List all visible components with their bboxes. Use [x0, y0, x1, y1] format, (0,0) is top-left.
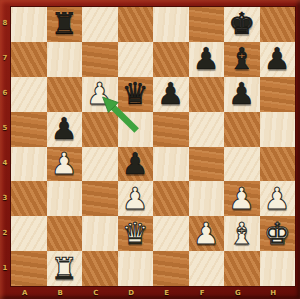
rank-label-1: 1 [0, 264, 10, 272]
square-g8[interactable]: ♚ [224, 7, 260, 42]
piece-white-pawn-d3[interactable]: ♟ [118, 181, 154, 216]
square-g5[interactable] [224, 112, 260, 147]
square-e5[interactable] [153, 112, 189, 147]
square-g4[interactable] [224, 147, 260, 182]
square-f5[interactable] [189, 112, 225, 147]
square-d4[interactable]: ♟ [118, 147, 154, 182]
piece-black-bishop-g7[interactable]: ♝ [224, 42, 260, 77]
square-e7[interactable] [153, 42, 189, 77]
square-b3[interactable] [47, 181, 83, 216]
square-e3[interactable] [153, 181, 189, 216]
square-e8[interactable] [153, 7, 189, 42]
piece-white-pawn-c6[interactable]: ♟ [82, 77, 118, 112]
square-f3[interactable] [189, 181, 225, 216]
piece-white-rook-b1[interactable]: ♜ [47, 251, 83, 286]
piece-black-pawn-d4[interactable]: ♟ [118, 147, 154, 182]
square-b1[interactable]: ♜ [47, 251, 83, 286]
square-a4[interactable] [11, 147, 47, 182]
square-a7[interactable] [11, 42, 47, 77]
square-h2[interactable]: ♚ [260, 216, 296, 251]
square-c6[interactable]: ♟ [82, 77, 118, 112]
file-label-b: B [55, 289, 65, 297]
rank-label-5: 5 [0, 124, 10, 132]
square-b2[interactable] [47, 216, 83, 251]
piece-black-rook-b8[interactable]: ♜ [47, 7, 83, 42]
square-g2[interactable]: ♝ [224, 216, 260, 251]
square-f4[interactable] [189, 147, 225, 182]
square-b6[interactable] [47, 77, 83, 112]
square-b8[interactable]: ♜ [47, 7, 83, 42]
rank-label-6: 6 [0, 89, 10, 97]
file-label-e: E [162, 289, 172, 297]
square-g3[interactable]: ♟ [224, 181, 260, 216]
piece-black-king-g8[interactable]: ♚ [224, 7, 260, 42]
square-c1[interactable] [82, 251, 118, 286]
square-a5[interactable] [11, 112, 47, 147]
square-d2[interactable]: ♛ [118, 216, 154, 251]
square-d8[interactable] [118, 7, 154, 42]
square-f6[interactable] [189, 77, 225, 112]
rank-label-7: 7 [0, 54, 10, 62]
square-e6[interactable]: ♟ [153, 77, 189, 112]
square-d1[interactable] [118, 251, 154, 286]
file-label-f: F [197, 289, 207, 297]
square-f2[interactable]: ♟ [189, 216, 225, 251]
chessboard-window: ♜♚♟♝♟♟♛♟♟♟♟♟♟♟♟♛♟♝♚♜ 87654321ABCDEFGH [0, 0, 300, 299]
square-h7[interactable]: ♟ [260, 42, 296, 77]
square-h5[interactable] [260, 112, 296, 147]
file-label-a: A [20, 289, 30, 297]
square-g6[interactable]: ♟ [224, 77, 260, 112]
square-f1[interactable] [189, 251, 225, 286]
square-f8[interactable] [189, 7, 225, 42]
square-a1[interactable] [11, 251, 47, 286]
file-label-g: G [233, 289, 243, 297]
file-label-c: C [91, 289, 101, 297]
piece-white-pawn-b4[interactable]: ♟ [47, 147, 83, 182]
square-d7[interactable] [118, 42, 154, 77]
chess-board: ♜♚♟♝♟♟♛♟♟♟♟♟♟♟♟♛♟♝♚♜ [11, 7, 295, 286]
file-label-d: D [126, 289, 136, 297]
piece-black-pawn-b5[interactable]: ♟ [47, 112, 83, 147]
square-c5[interactable] [82, 112, 118, 147]
file-label-h: H [268, 289, 278, 297]
square-a8[interactable] [11, 7, 47, 42]
square-h1[interactable] [260, 251, 296, 286]
square-f7[interactable]: ♟ [189, 42, 225, 77]
piece-white-queen-d2[interactable]: ♛ [118, 216, 154, 251]
piece-black-pawn-f7[interactable]: ♟ [189, 42, 225, 77]
square-e2[interactable] [153, 216, 189, 251]
square-c3[interactable] [82, 181, 118, 216]
square-b7[interactable] [47, 42, 83, 77]
piece-black-queen-d6[interactable]: ♛ [118, 77, 154, 112]
piece-white-bishop-g2[interactable]: ♝ [224, 216, 260, 251]
piece-black-pawn-g6[interactable]: ♟ [224, 77, 260, 112]
square-c2[interactable] [82, 216, 118, 251]
square-b4[interactable]: ♟ [47, 147, 83, 182]
square-a3[interactable] [11, 181, 47, 216]
square-e1[interactable] [153, 251, 189, 286]
rank-label-3: 3 [0, 194, 10, 202]
square-a2[interactable] [11, 216, 47, 251]
square-h8[interactable] [260, 7, 296, 42]
piece-black-pawn-h7[interactable]: ♟ [260, 42, 296, 77]
square-h3[interactable]: ♟ [260, 181, 296, 216]
square-d6[interactable]: ♛ [118, 77, 154, 112]
square-a6[interactable] [11, 77, 47, 112]
rank-label-2: 2 [0, 229, 10, 237]
square-c4[interactable] [82, 147, 118, 182]
square-g7[interactable]: ♝ [224, 42, 260, 77]
square-h4[interactable] [260, 147, 296, 182]
rank-label-4: 4 [0, 159, 10, 167]
piece-black-pawn-e6[interactable]: ♟ [153, 77, 189, 112]
square-d5[interactable] [118, 112, 154, 147]
square-h6[interactable] [260, 77, 296, 112]
piece-white-pawn-g3[interactable]: ♟ [224, 181, 260, 216]
piece-white-pawn-f2[interactable]: ♟ [189, 216, 225, 251]
square-d3[interactable]: ♟ [118, 181, 154, 216]
piece-white-pawn-h3[interactable]: ♟ [260, 181, 296, 216]
square-e4[interactable] [153, 147, 189, 182]
square-c8[interactable] [82, 7, 118, 42]
square-g1[interactable] [224, 251, 260, 286]
piece-white-king-h2[interactable]: ♚ [260, 216, 296, 251]
rank-label-8: 8 [0, 19, 10, 27]
square-b5[interactable]: ♟ [47, 112, 83, 147]
square-c7[interactable] [82, 42, 118, 77]
